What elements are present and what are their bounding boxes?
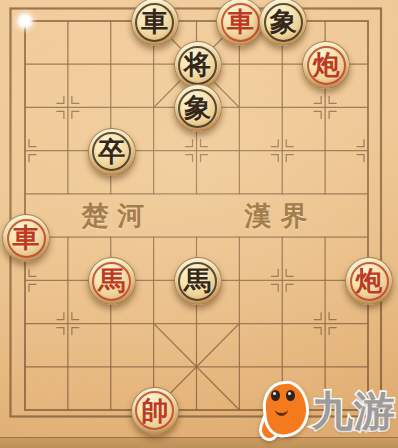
piece-glyph: 卒 [89,129,135,175]
piece-red-cannon-2[interactable]: 炮 [345,257,393,305]
point-marker [357,140,364,147]
point-marker [329,313,336,320]
point-marker [57,328,64,335]
point-marker [201,140,208,147]
piece-red-chariot-1[interactable]: 車 [216,0,264,46]
point-marker [29,284,36,291]
piece-black-elephant-2[interactable]: 象 [174,84,222,132]
piece-glyph: 馬 [175,258,221,304]
point-marker [286,140,293,147]
piece-glyph: 帥 [132,388,178,434]
point-marker [271,269,278,276]
point-marker [72,111,79,118]
piece-red-horse-1[interactable]: 馬 [88,257,136,305]
piece-glyph: 象 [260,0,306,45]
river-label-right: 漢界 [236,198,317,234]
point-marker [286,284,293,291]
piece-red-cannon-1[interactable]: 炮 [302,41,350,89]
point-marker [314,313,321,320]
piece-black-chariot-1[interactable]: 車 [131,0,179,46]
point-marker [186,155,193,162]
piece-glyph: 炮 [346,258,392,304]
point-marker [271,140,278,147]
piece-red-chariot-2[interactable]: 車 [2,214,50,262]
piece-glyph: 炮 [303,42,349,88]
point-marker [314,328,321,335]
point-marker [271,284,278,291]
mascot-eye-left [271,390,280,401]
piece-glyph: 将 [175,42,221,88]
point-marker [186,140,193,147]
point-marker [201,155,208,162]
point-marker [72,328,79,335]
point-marker [329,96,336,103]
point-marker [29,269,36,276]
piece-black-elephant-1[interactable]: 象 [259,0,307,46]
piece-glyph: 車 [132,0,178,45]
point-marker [357,155,364,162]
point-marker [329,111,336,118]
piece-black-general[interactable]: 将 [174,41,222,89]
point-marker [271,155,278,162]
xiangqi-game-screen: 楚河 漢界 車車象将炮象卒車馬馬炮帥 九游 [0,0,398,448]
piece-black-horse-1[interactable]: 馬 [174,257,222,305]
jiuyou-mascot-icon [258,379,310,443]
piece-red-general[interactable]: 帥 [131,387,179,435]
piece-glyph: 車 [3,215,49,261]
point-marker [286,155,293,162]
point-marker [29,140,36,147]
brand-text: 九游 [312,391,396,432]
point-marker [57,96,64,103]
point-marker [57,111,64,118]
mascot-eye-right [286,390,295,401]
river-label-left: 楚河 [73,198,154,234]
point-marker [329,328,336,335]
piece-glyph: 象 [175,85,221,131]
piece-glyph: 馬 [89,258,135,304]
point-marker [286,269,293,276]
point-marker [72,96,79,103]
point-marker [57,313,64,320]
point-marker [72,313,79,320]
piece-glyph: 車 [217,0,263,45]
jiuyou-watermark: 九游 [258,379,396,443]
point-marker [314,96,321,103]
piece-black-soldier-1[interactable]: 卒 [88,128,136,176]
point-marker [314,111,321,118]
point-marker [29,155,36,162]
